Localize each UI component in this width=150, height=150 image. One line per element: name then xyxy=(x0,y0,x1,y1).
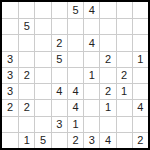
clue-cell-r1c6: 4 xyxy=(83,2,99,18)
empty-cell-r7c8[interactable] xyxy=(116,99,132,115)
clue-cell-r7c5: 4 xyxy=(67,99,83,115)
empty-cell-r8c1[interactable] xyxy=(2,116,18,132)
empty-cell-r6c3[interactable] xyxy=(34,83,50,99)
clue-cell-r8c4: 3 xyxy=(51,116,67,132)
clue-cell-r7c9: 4 xyxy=(132,99,148,115)
empty-cell-r4c5[interactable] xyxy=(67,51,83,67)
clue-cell-r9c5: 2 xyxy=(67,132,83,148)
empty-cell-r1c4[interactable] xyxy=(51,2,67,18)
empty-cell-r9c4[interactable] xyxy=(51,132,67,148)
empty-cell-r1c9[interactable] xyxy=(132,2,148,18)
clue-cell-r6c5: 4 xyxy=(67,83,83,99)
empty-cell-r8c9[interactable] xyxy=(132,116,148,132)
clue-cell-r9c7: 4 xyxy=(99,132,115,148)
empty-cell-r8c3[interactable] xyxy=(34,116,50,132)
empty-cell-r6c9[interactable] xyxy=(132,83,148,99)
empty-cell-r3c9[interactable] xyxy=(132,34,148,50)
empty-cell-r9c1[interactable] xyxy=(2,132,18,148)
clue-cell-r5c1: 3 xyxy=(2,67,18,83)
clue-cell-r4c9: 1 xyxy=(132,51,148,67)
clue-cell-r1c5: 5 xyxy=(67,2,83,18)
empty-cell-r2c4[interactable] xyxy=(51,18,67,34)
empty-cell-r8c7[interactable] xyxy=(99,116,115,132)
empty-cell-r8c2[interactable] xyxy=(18,116,34,132)
empty-cell-r3c2[interactable] xyxy=(18,34,34,50)
clue-cell-r2c2: 5 xyxy=(18,18,34,34)
empty-cell-r1c2[interactable] xyxy=(18,2,34,18)
empty-cell-r8c8[interactable] xyxy=(116,116,132,132)
empty-cell-r2c7[interactable] xyxy=(99,18,115,34)
empty-cell-r4c6[interactable] xyxy=(83,51,99,67)
clue-cell-r8c5: 1 xyxy=(67,116,83,132)
clue-cell-r3c4: 2 xyxy=(51,34,67,50)
clue-cell-r6c4: 4 xyxy=(51,83,67,99)
empty-cell-r5c4[interactable] xyxy=(51,67,67,83)
empty-cell-r3c8[interactable] xyxy=(116,34,132,50)
empty-cell-r1c8[interactable] xyxy=(116,2,132,18)
clue-cell-r4c1: 3 xyxy=(2,51,18,67)
empty-cell-r7c4[interactable] xyxy=(51,99,67,115)
clue-cell-r7c7: 1 xyxy=(99,99,115,115)
clue-cell-r9c2: 1 xyxy=(18,132,34,148)
clue-cell-r7c1: 2 xyxy=(2,99,18,115)
clue-cell-r4c7: 2 xyxy=(99,51,115,67)
clue-cell-r6c7: 2 xyxy=(99,83,115,99)
empty-cell-r7c6[interactable] xyxy=(83,99,99,115)
clue-cell-r3c6: 4 xyxy=(83,34,99,50)
empty-cell-r5c5[interactable] xyxy=(67,67,83,83)
empty-cell-r4c8[interactable] xyxy=(116,51,132,67)
empty-cell-r5c7[interactable] xyxy=(99,67,115,83)
clue-cell-r6c1: 3 xyxy=(2,83,18,99)
empty-cell-r3c7[interactable] xyxy=(99,34,115,50)
clue-cell-r9c3: 5 xyxy=(34,132,50,148)
clue-cell-r9c9: 2 xyxy=(132,132,148,148)
empty-cell-r9c8[interactable] xyxy=(116,132,132,148)
clue-cell-r5c2: 2 xyxy=(18,67,34,83)
clue-cell-r4c4: 5 xyxy=(51,51,67,67)
empty-cell-r6c2[interactable] xyxy=(18,83,34,99)
empty-cell-r6c6[interactable] xyxy=(83,83,99,99)
empty-cell-r1c1[interactable] xyxy=(2,2,18,18)
empty-cell-r4c2[interactable] xyxy=(18,51,34,67)
empty-cell-r2c5[interactable] xyxy=(67,18,83,34)
clue-cell-r9c6: 3 xyxy=(83,132,99,148)
empty-cell-r8c6[interactable] xyxy=(83,116,99,132)
minesweeper-board: 5452435213212344212241431152342 xyxy=(0,0,150,150)
clue-cell-r5c8: 2 xyxy=(116,67,132,83)
empty-cell-r7c3[interactable] xyxy=(34,99,50,115)
empty-cell-r3c1[interactable] xyxy=(2,34,18,50)
clue-cell-r5c6: 1 xyxy=(83,67,99,83)
clue-cell-r7c2: 2 xyxy=(18,99,34,115)
empty-cell-r2c8[interactable] xyxy=(116,18,132,34)
empty-cell-r5c9[interactable] xyxy=(132,67,148,83)
clue-cell-r6c8: 1 xyxy=(116,83,132,99)
empty-cell-r2c3[interactable] xyxy=(34,18,50,34)
empty-cell-r1c7[interactable] xyxy=(99,2,115,18)
empty-cell-r4c3[interactable] xyxy=(34,51,50,67)
empty-cell-r3c3[interactable] xyxy=(34,34,50,50)
empty-cell-r5c3[interactable] xyxy=(34,67,50,83)
empty-cell-r1c3[interactable] xyxy=(34,2,50,18)
empty-cell-r2c1[interactable] xyxy=(2,18,18,34)
empty-cell-r3c5[interactable] xyxy=(67,34,83,50)
empty-cell-r2c6[interactable] xyxy=(83,18,99,34)
empty-cell-r2c9[interactable] xyxy=(132,18,148,34)
